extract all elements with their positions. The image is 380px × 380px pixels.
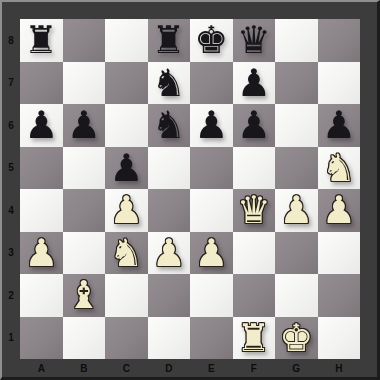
file-label-h: H [318, 359, 361, 378]
square-a8[interactable]: ♜ [20, 19, 63, 62]
rank-label-4: 4 [2, 189, 20, 232]
square-f1[interactable]: ♜ [233, 317, 276, 360]
square-b8[interactable] [63, 19, 106, 62]
square-b3[interactable] [63, 232, 106, 275]
square-b2[interactable]: ♝ [63, 274, 106, 317]
rank-labels: 87654321 [2, 19, 20, 359]
white-pawn: ♟ [279, 189, 313, 231]
rank-label-2: 2 [2, 274, 20, 317]
square-c8[interactable] [105, 19, 148, 62]
square-d6[interactable]: ♞ [148, 104, 191, 147]
square-d5[interactable] [148, 147, 191, 190]
rank-label-5: 5 [2, 147, 20, 190]
square-e3[interactable]: ♟ [190, 232, 233, 275]
white-knight: ♞ [109, 232, 143, 274]
file-labels: ABCDEFGH [20, 359, 360, 378]
black-pawn: ♟ [67, 104, 101, 146]
square-c6[interactable] [105, 104, 148, 147]
white-pawn: ♟ [322, 189, 356, 231]
square-b5[interactable] [63, 147, 106, 190]
black-rook: ♜ [24, 19, 58, 61]
rank-label-8: 8 [2, 19, 20, 62]
square-g5[interactable] [275, 147, 318, 190]
square-e7[interactable] [190, 62, 233, 105]
square-e4[interactable] [190, 189, 233, 232]
square-d7[interactable]: ♞ [148, 62, 191, 105]
file-label-g: G [275, 359, 318, 378]
file-label-e: E [190, 359, 233, 378]
white-king: ♚ [279, 317, 313, 359]
square-h6[interactable]: ♟ [318, 104, 361, 147]
square-f2[interactable] [233, 274, 276, 317]
white-pawn: ♟ [194, 232, 228, 274]
square-h1[interactable] [318, 317, 361, 360]
square-a6[interactable]: ♟ [20, 104, 63, 147]
square-d8[interactable]: ♜ [148, 19, 191, 62]
square-d3[interactable]: ♟ [148, 232, 191, 275]
square-b7[interactable] [63, 62, 106, 105]
square-b4[interactable] [63, 189, 106, 232]
square-d4[interactable] [148, 189, 191, 232]
black-knight: ♞ [152, 104, 186, 146]
square-g4[interactable]: ♟ [275, 189, 318, 232]
black-king: ♚ [194, 19, 228, 61]
square-g3[interactable] [275, 232, 318, 275]
square-f4[interactable]: ♛ [233, 189, 276, 232]
square-e1[interactable] [190, 317, 233, 360]
square-a5[interactable] [20, 147, 63, 190]
square-h7[interactable] [318, 62, 361, 105]
rank-label-1: 1 [2, 317, 20, 360]
black-pawn: ♟ [237, 104, 271, 146]
black-queen: ♛ [237, 19, 271, 61]
black-pawn: ♟ [24, 104, 58, 146]
white-queen: ♛ [237, 189, 271, 231]
file-label-b: B [63, 359, 106, 378]
file-label-f: F [233, 359, 276, 378]
square-a7[interactable] [20, 62, 63, 105]
square-h8[interactable] [318, 19, 361, 62]
square-h5[interactable]: ♞ [318, 147, 361, 190]
square-g8[interactable] [275, 19, 318, 62]
square-b6[interactable]: ♟ [63, 104, 106, 147]
square-a2[interactable] [20, 274, 63, 317]
rank-label-7: 7 [2, 62, 20, 105]
board-frame: 87654321 ABCDEFGH ♜♜♚♛♞♟♟♟♞♟♟♟♟♞♟♛♟♟♟♞♟♟… [0, 0, 380, 380]
square-f3[interactable] [233, 232, 276, 275]
chess-board: ♜♜♚♛♞♟♟♟♞♟♟♟♟♞♟♛♟♟♟♞♟♟♝♜♚ [20, 19, 360, 359]
black-pawn: ♟ [237, 62, 271, 104]
square-c3[interactable]: ♞ [105, 232, 148, 275]
black-pawn: ♟ [322, 104, 356, 146]
white-pawn: ♟ [109, 189, 143, 231]
square-g1[interactable]: ♚ [275, 317, 318, 360]
white-pawn: ♟ [152, 232, 186, 274]
square-f6[interactable]: ♟ [233, 104, 276, 147]
white-rook: ♜ [237, 317, 271, 359]
square-c5[interactable]: ♟ [105, 147, 148, 190]
square-f8[interactable]: ♛ [233, 19, 276, 62]
white-knight: ♞ [322, 147, 356, 189]
rank-label-3: 3 [2, 232, 20, 275]
file-label-c: C [105, 359, 148, 378]
square-a3[interactable]: ♟ [20, 232, 63, 275]
white-bishop: ♝ [67, 274, 101, 316]
white-pawn: ♟ [24, 232, 58, 274]
square-e8[interactable]: ♚ [190, 19, 233, 62]
square-f7[interactable]: ♟ [233, 62, 276, 105]
square-d1[interactable] [148, 317, 191, 360]
square-b1[interactable] [63, 317, 106, 360]
square-d2[interactable] [148, 274, 191, 317]
square-h2[interactable] [318, 274, 361, 317]
square-h3[interactable] [318, 232, 361, 275]
square-g2[interactable] [275, 274, 318, 317]
square-c2[interactable] [105, 274, 148, 317]
square-h4[interactable]: ♟ [318, 189, 361, 232]
square-e6[interactable]: ♟ [190, 104, 233, 147]
square-c1[interactable] [105, 317, 148, 360]
square-g7[interactable] [275, 62, 318, 105]
square-c7[interactable] [105, 62, 148, 105]
file-label-a: A [20, 359, 63, 378]
square-c4[interactable]: ♟ [105, 189, 148, 232]
file-label-d: D [148, 359, 191, 378]
black-knight: ♞ [152, 62, 186, 104]
black-pawn: ♟ [194, 104, 228, 146]
square-g6[interactable] [275, 104, 318, 147]
rank-label-6: 6 [2, 104, 20, 147]
black-pawn: ♟ [109, 147, 143, 189]
square-e5[interactable] [190, 147, 233, 190]
black-rook: ♜ [152, 19, 186, 61]
square-e2[interactable] [190, 274, 233, 317]
square-a4[interactable] [20, 189, 63, 232]
square-f5[interactable] [233, 147, 276, 190]
square-a1[interactable] [20, 317, 63, 360]
